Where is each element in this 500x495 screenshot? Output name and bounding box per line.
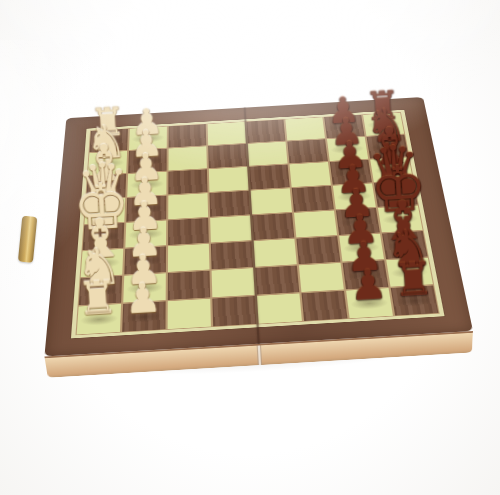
square-c4: [208, 166, 250, 192]
board-frame: ♜♟♟♜♞♟♟♞♝♟♟♝♛♟♟♛♚♟♟♚♝♟♟♝♞♟♟♞♜♟♟♜: [44, 97, 473, 357]
square-h5: [256, 293, 303, 325]
square-b6: [286, 139, 328, 164]
square-c7: [329, 159, 373, 185]
square-a5: [246, 119, 287, 143]
square-a3: [168, 124, 208, 148]
pinstripe-border: [71, 110, 445, 339]
square-g5: [254, 265, 300, 296]
brass-clasp: [18, 216, 37, 263]
square-e4: [209, 215, 252, 243]
chess-board: ♜♟♟♜♞♟♟♞♝♟♟♝♛♟♟♛♚♟♟♚♝♟♟♝♞♟♟♞♜♟♟♜: [44, 97, 473, 357]
square-c2: [126, 171, 167, 197]
square-d7: [332, 183, 377, 210]
square-b4: [207, 143, 248, 168]
square-c6: [289, 162, 332, 188]
square-f7: [338, 233, 385, 262]
square-c8: [369, 157, 414, 183]
square-d1: [83, 197, 126, 224]
square-e6: [293, 210, 338, 238]
square-d4: [208, 190, 251, 217]
square-c1: [85, 174, 127, 200]
square-e3: [167, 217, 210, 245]
square-d2: [125, 195, 167, 222]
square-b7: [326, 136, 369, 161]
square-d8: [373, 180, 419, 207]
square-f3: [167, 243, 211, 272]
perspective-scene: ♜♟♟♜♞♟♟♞♝♟♟♝♛♟♟♛♚♟♟♚♝♟♟♝♞♟♟♞♜♟♟♜: [45, 9, 457, 421]
square-h6: [300, 290, 348, 322]
box-fold-gap: [257, 345, 263, 365]
square-b2: [127, 148, 167, 173]
square-d5: [250, 188, 293, 215]
square-a1: [88, 128, 128, 153]
square-g4: [211, 267, 256, 298]
square-e5: [251, 212, 295, 240]
square-f5: [253, 238, 298, 267]
square-d3: [167, 193, 209, 220]
square-b8: [366, 134, 410, 159]
square-g3: [167, 270, 212, 301]
square-a7: [323, 114, 365, 138]
product-photo-stage: ♜♟♟♜♞♟♟♞♝♟♟♝♛♟♟♛♚♟♟♚♝♟♟♝♞♟♟♞♜♟♟♜: [0, 0, 500, 495]
square-a4: [207, 121, 247, 145]
camera-tilt-wrapper: ♜♟♟♜♞♟♟♞♝♟♟♝♛♟♟♛♚♟♟♚♝♟♟♝♞♟♟♞♜♟♟♜: [0, 0, 500, 495]
square-b3: [168, 146, 208, 171]
square-f6: [295, 236, 341, 265]
square-c3: [167, 169, 208, 195]
square-h3: [167, 298, 213, 330]
square-c5: [248, 164, 291, 190]
square-a8: [362, 112, 405, 136]
square-a2: [128, 126, 168, 151]
square-e2: [124, 220, 167, 248]
square-d6: [291, 185, 335, 212]
square-g6: [298, 262, 345, 292]
square-h4: [211, 295, 257, 327]
square-b1: [87, 150, 128, 175]
square-b5: [247, 141, 289, 166]
square-f4: [210, 241, 254, 270]
square-a6: [284, 117, 326, 141]
square-f8: [381, 230, 429, 259]
